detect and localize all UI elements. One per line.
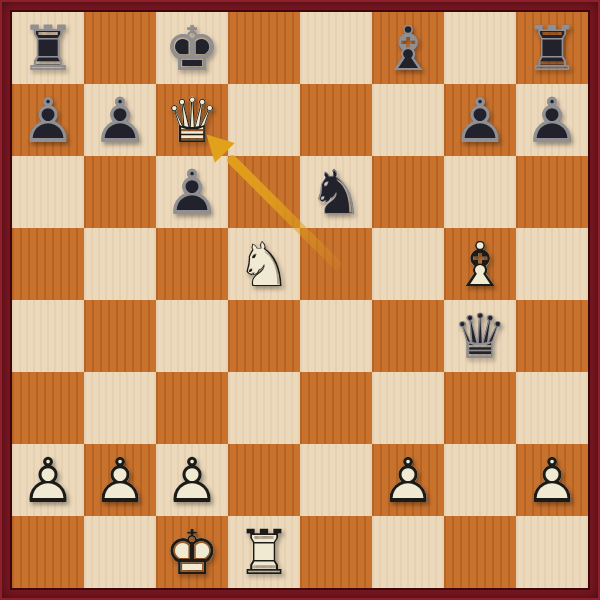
square-c1[interactable]: ♚♔ xyxy=(156,516,228,588)
square-d1[interactable]: ♜♖ xyxy=(228,516,300,588)
piece-black-pawn[interactable]: ♟♙ xyxy=(84,84,156,156)
square-c6[interactable]: ♟♙ xyxy=(156,156,228,228)
square-h8[interactable]: ♜♖ xyxy=(516,12,588,84)
board[interactable]: ♜♖♚♔♝♗♜♖♟♙♟♙♛♕♟♙♟♙♟♙♞♘♞♘♝♗♛♕♟♙♟♙♟♙♟♙♟♙♚♔… xyxy=(12,12,588,588)
bishop-outline-glyph: ♗ xyxy=(444,228,516,300)
square-h6[interactable] xyxy=(516,156,588,228)
rook-outline-glyph: ♖ xyxy=(516,12,588,84)
square-g4[interactable]: ♛♕ xyxy=(444,300,516,372)
square-d2[interactable] xyxy=(228,444,300,516)
square-f2[interactable]: ♟♙ xyxy=(372,444,444,516)
square-b7[interactable]: ♟♙ xyxy=(84,84,156,156)
square-d3[interactable] xyxy=(228,372,300,444)
square-d7[interactable] xyxy=(228,84,300,156)
square-f6[interactable] xyxy=(372,156,444,228)
pawn-outline-glyph: ♙ xyxy=(84,444,156,516)
piece-white-queen[interactable]: ♛♕ xyxy=(156,84,228,156)
square-g1[interactable] xyxy=(444,516,516,588)
queen-outline-glyph: ♕ xyxy=(156,84,228,156)
square-g7[interactable]: ♟♙ xyxy=(444,84,516,156)
piece-black-rook[interactable]: ♜♖ xyxy=(12,12,84,84)
square-a5[interactable] xyxy=(12,228,84,300)
square-h3[interactable] xyxy=(516,372,588,444)
square-b4[interactable] xyxy=(84,300,156,372)
piece-black-bishop[interactable]: ♝♗ xyxy=(372,12,444,84)
square-f7[interactable] xyxy=(372,84,444,156)
square-d4[interactable] xyxy=(228,300,300,372)
square-e8[interactable] xyxy=(300,12,372,84)
piece-black-rook[interactable]: ♜♖ xyxy=(516,12,588,84)
pawn-outline-glyph: ♙ xyxy=(12,84,84,156)
pawn-outline-glyph: ♙ xyxy=(516,444,588,516)
square-e3[interactable] xyxy=(300,372,372,444)
square-c8[interactable]: ♚♔ xyxy=(156,12,228,84)
square-f4[interactable] xyxy=(372,300,444,372)
square-c5[interactable] xyxy=(156,228,228,300)
pawn-outline-glyph: ♙ xyxy=(156,444,228,516)
square-b2[interactable]: ♟♙ xyxy=(84,444,156,516)
queen-outline-glyph: ♕ xyxy=(444,300,516,372)
square-e1[interactable] xyxy=(300,516,372,588)
square-c3[interactable] xyxy=(156,372,228,444)
pawn-outline-glyph: ♙ xyxy=(516,84,588,156)
square-g5[interactable]: ♝♗ xyxy=(444,228,516,300)
square-h1[interactable] xyxy=(516,516,588,588)
square-a4[interactable] xyxy=(12,300,84,372)
square-c7[interactable]: ♛♕ xyxy=(156,84,228,156)
square-g2[interactable] xyxy=(444,444,516,516)
square-b6[interactable] xyxy=(84,156,156,228)
piece-white-knight[interactable]: ♞♘ xyxy=(228,228,300,300)
piece-white-rook[interactable]: ♜♖ xyxy=(228,516,300,588)
square-c4[interactable] xyxy=(156,300,228,372)
knight-outline-glyph: ♘ xyxy=(228,228,300,300)
pawn-outline-glyph: ♙ xyxy=(444,84,516,156)
piece-black-king[interactable]: ♚♔ xyxy=(156,12,228,84)
square-e6[interactable]: ♞♘ xyxy=(300,156,372,228)
square-e2[interactable] xyxy=(300,444,372,516)
square-d8[interactable] xyxy=(228,12,300,84)
square-d6[interactable] xyxy=(228,156,300,228)
square-b5[interactable] xyxy=(84,228,156,300)
piece-black-pawn[interactable]: ♟♙ xyxy=(12,84,84,156)
rook-outline-glyph: ♖ xyxy=(12,12,84,84)
piece-black-knight[interactable]: ♞♘ xyxy=(300,156,372,228)
rook-outline-glyph: ♖ xyxy=(228,516,300,588)
piece-white-pawn[interactable]: ♟♙ xyxy=(372,444,444,516)
square-h7[interactable]: ♟♙ xyxy=(516,84,588,156)
square-a2[interactable]: ♟♙ xyxy=(12,444,84,516)
square-a8[interactable]: ♜♖ xyxy=(12,12,84,84)
square-f8[interactable]: ♝♗ xyxy=(372,12,444,84)
piece-black-pawn[interactable]: ♟♙ xyxy=(444,84,516,156)
pawn-outline-glyph: ♙ xyxy=(12,444,84,516)
piece-white-pawn[interactable]: ♟♙ xyxy=(84,444,156,516)
square-f3[interactable] xyxy=(372,372,444,444)
square-e7[interactable] xyxy=(300,84,372,156)
square-d5[interactable]: ♞♘ xyxy=(228,228,300,300)
piece-black-queen[interactable]: ♛♕ xyxy=(444,300,516,372)
square-g8[interactable] xyxy=(444,12,516,84)
king-outline-glyph: ♔ xyxy=(156,516,228,588)
piece-white-pawn[interactable]: ♟♙ xyxy=(516,444,588,516)
square-h2[interactable]: ♟♙ xyxy=(516,444,588,516)
bishop-outline-glyph: ♗ xyxy=(372,12,444,84)
square-e4[interactable] xyxy=(300,300,372,372)
square-a7[interactable]: ♟♙ xyxy=(12,84,84,156)
square-g3[interactable] xyxy=(444,372,516,444)
pawn-outline-glyph: ♙ xyxy=(84,84,156,156)
piece-white-pawn[interactable]: ♟♙ xyxy=(12,444,84,516)
square-h5[interactable] xyxy=(516,228,588,300)
piece-black-pawn[interactable]: ♟♙ xyxy=(156,156,228,228)
piece-white-bishop[interactable]: ♝♗ xyxy=(444,228,516,300)
square-h4[interactable] xyxy=(516,300,588,372)
piece-white-king[interactable]: ♚♔ xyxy=(156,516,228,588)
square-b8[interactable] xyxy=(84,12,156,84)
pawn-outline-glyph: ♙ xyxy=(156,156,228,228)
knight-outline-glyph: ♘ xyxy=(300,156,372,228)
square-f5[interactable] xyxy=(372,228,444,300)
square-b3[interactable] xyxy=(84,372,156,444)
square-a1[interactable] xyxy=(12,516,84,588)
chess-app: ♜♖♚♔♝♗♜♖♟♙♟♙♛♕♟♙♟♙♟♙♞♘♞♘♝♗♛♕♟♙♟♙♟♙♟♙♟♙♚♔… xyxy=(0,0,600,600)
square-g6[interactable] xyxy=(444,156,516,228)
square-b1[interactable] xyxy=(84,516,156,588)
piece-white-pawn[interactable]: ♟♙ xyxy=(156,444,228,516)
piece-black-pawn[interactable]: ♟♙ xyxy=(516,84,588,156)
square-c2[interactable]: ♟♙ xyxy=(156,444,228,516)
square-f1[interactable] xyxy=(372,516,444,588)
square-a6[interactable] xyxy=(12,156,84,228)
square-a3[interactable] xyxy=(12,372,84,444)
king-outline-glyph: ♔ xyxy=(156,12,228,84)
square-e5[interactable] xyxy=(300,228,372,300)
pawn-outline-glyph: ♙ xyxy=(372,444,444,516)
